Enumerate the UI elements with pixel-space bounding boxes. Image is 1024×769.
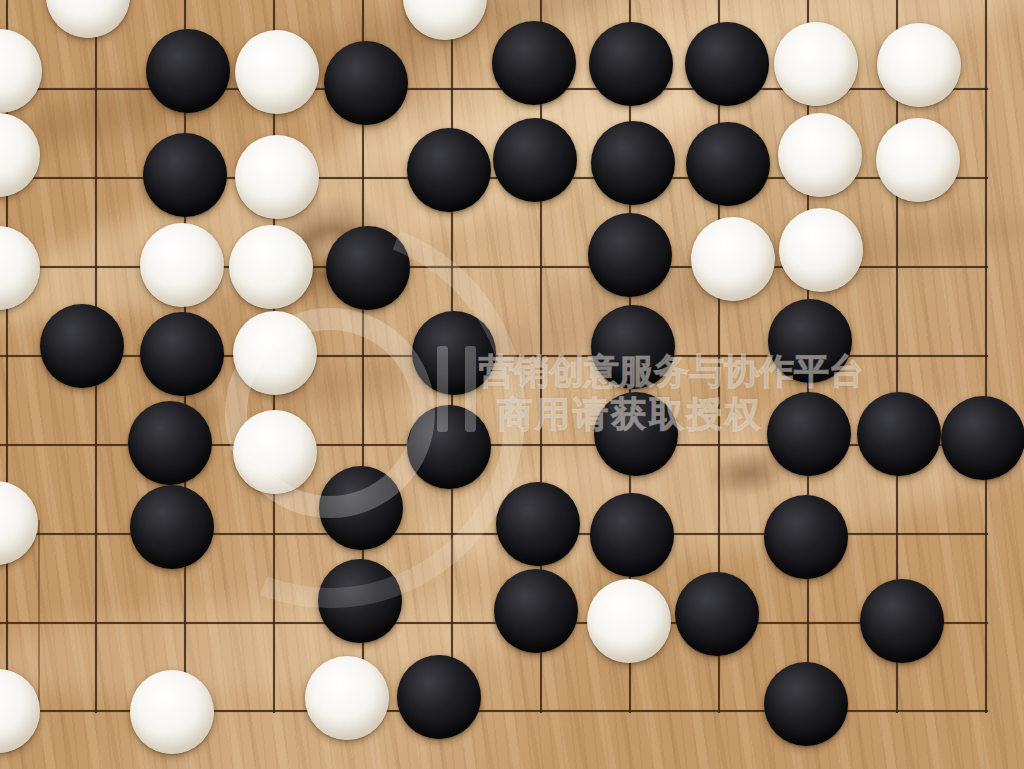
white-stone xyxy=(46,0,130,38)
black-stone xyxy=(496,482,580,566)
black-stone xyxy=(128,401,212,485)
black-stone xyxy=(397,655,481,739)
white-stone xyxy=(691,217,775,301)
white-stone xyxy=(778,113,862,197)
black-stone xyxy=(319,466,403,550)
black-stone xyxy=(594,392,678,476)
black-stone xyxy=(768,299,852,383)
wood-streak xyxy=(327,15,853,184)
black-stone xyxy=(941,396,1024,480)
black-stone xyxy=(494,569,578,653)
white-stone xyxy=(0,113,40,197)
black-stone xyxy=(591,305,675,389)
black-stone xyxy=(140,312,224,396)
white-stone xyxy=(305,656,389,740)
grid-line-horizontal xyxy=(0,622,988,624)
white-stone xyxy=(0,29,42,113)
white-stone xyxy=(140,223,224,307)
black-stone xyxy=(686,122,770,206)
white-stone xyxy=(779,208,863,292)
black-stone xyxy=(493,118,577,202)
black-stone xyxy=(130,485,214,569)
black-stone xyxy=(40,304,124,388)
black-stone xyxy=(492,21,576,105)
black-stone xyxy=(407,405,491,489)
black-stone xyxy=(764,662,848,746)
white-stone xyxy=(235,135,319,219)
go-board-photo: 营销创意服务与协作平台 商用请获取授权 xyxy=(0,0,1024,769)
black-stone xyxy=(591,121,675,205)
white-stone xyxy=(0,669,40,753)
white-stone xyxy=(876,118,960,202)
black-stone xyxy=(143,133,227,217)
white-stone xyxy=(403,0,487,40)
wood-crack xyxy=(38,520,40,715)
white-stone xyxy=(0,226,40,310)
black-stone xyxy=(326,226,410,310)
black-stone xyxy=(324,41,408,125)
white-stone xyxy=(233,311,317,395)
black-stone xyxy=(588,213,672,297)
black-stone xyxy=(860,579,944,663)
black-stone xyxy=(767,392,851,476)
black-stone xyxy=(764,495,848,579)
white-stone xyxy=(774,22,858,106)
black-stone xyxy=(407,128,491,212)
black-stone xyxy=(146,29,230,113)
white-stone xyxy=(235,30,319,114)
black-stone xyxy=(685,22,769,106)
white-stone xyxy=(233,410,317,494)
white-stone xyxy=(0,481,38,565)
white-stone xyxy=(587,579,671,663)
white-stone xyxy=(877,23,961,107)
black-stone xyxy=(590,493,674,577)
black-stone xyxy=(412,311,496,395)
black-stone xyxy=(318,559,402,643)
white-stone xyxy=(229,225,313,309)
black-stone xyxy=(675,572,759,656)
white-stone xyxy=(130,670,214,754)
black-stone xyxy=(857,392,941,476)
black-stone xyxy=(589,22,673,106)
